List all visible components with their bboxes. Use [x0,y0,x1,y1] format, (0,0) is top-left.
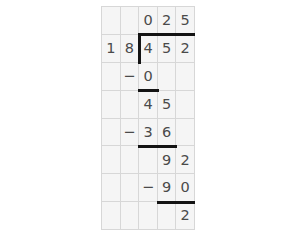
empty-cell [102,119,120,146]
empty-cell [102,63,120,90]
empty-cell [121,146,139,173]
empty-cell [102,91,120,118]
work-digit: 4 [139,91,157,118]
empty-cell [121,7,139,34]
divisor-digit-tens: 1 [102,35,120,62]
work-digit: 6 [158,119,176,146]
work-digit: 9 [158,174,176,201]
minus-sign: − [139,174,157,201]
work-digit: 0 [139,63,157,90]
minus-sign: − [121,63,139,90]
empty-cell [158,63,176,90]
subtraction-line-2 [138,145,177,148]
work-digit: 0 [176,174,194,201]
dividend-digit-tens: 5 [158,35,176,62]
long-division-grid: 0 2 5 1 8 4 5 2 − 0 4 5 − 3 6 9 2 [101,6,195,230]
quotient-digit-hundreds: 0 [139,7,157,34]
work-digit: 5 [158,91,176,118]
empty-cell [121,91,139,118]
minus-sign: − [121,119,139,146]
subtraction-line-1 [138,89,159,92]
empty-cell [176,91,194,118]
work-digit: 9 [158,146,176,173]
division-bracket-vertical-bar [138,33,141,64]
empty-cell [176,63,194,90]
empty-cell [121,202,139,229]
subtraction-line-3 [157,201,195,204]
empty-cell [139,202,157,229]
empty-cell [102,174,120,201]
empty-cell [121,174,139,201]
empty-cell [139,146,157,173]
divisor-digit-units: 8 [121,35,139,62]
empty-cell [102,7,120,34]
remainder-digit: 2 [176,202,194,229]
division-bracket-vinculum [138,33,195,36]
dividend-digit-hundreds: 4 [139,35,157,62]
work-digit: 3 [139,119,157,146]
work-digit: 2 [176,146,194,173]
quotient-digit-tens: 2 [158,7,176,34]
dividend-digit-units: 2 [176,35,194,62]
worksheet-canvas: 0 2 5 1 8 4 5 2 − 0 4 5 − 3 6 9 2 [0,0,284,238]
empty-cell [102,202,120,229]
quotient-digit-units: 5 [176,7,194,34]
empty-cell [158,202,176,229]
empty-cell [102,146,120,173]
empty-cell [176,119,194,146]
